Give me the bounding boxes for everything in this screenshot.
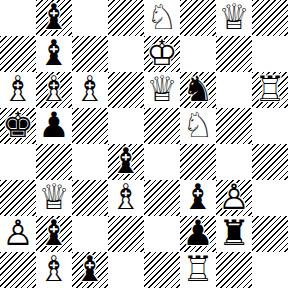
square-g2[interactable]: ♜ bbox=[216, 216, 252, 252]
square-d4[interactable]: ♝ bbox=[108, 144, 144, 180]
square-f5[interactable]: ♞♘ bbox=[180, 108, 216, 144]
white-bishop-piece: ♝♗ bbox=[0, 72, 36, 108]
square-h3[interactable] bbox=[252, 180, 288, 216]
white-knight-piece: ♞♘ bbox=[180, 108, 216, 144]
square-c4[interactable] bbox=[72, 144, 108, 180]
square-d1[interactable] bbox=[108, 252, 144, 288]
black-bishop-piece: ♝ bbox=[180, 180, 216, 216]
square-e5[interactable] bbox=[144, 108, 180, 144]
square-d8[interactable] bbox=[108, 0, 144, 36]
square-a6[interactable]: ♝♗ bbox=[0, 72, 36, 108]
white-bishop-piece: ♝♗ bbox=[36, 72, 72, 108]
square-c3[interactable] bbox=[72, 180, 108, 216]
black-king-piece: ♚ bbox=[0, 108, 36, 144]
white-knight-piece: ♞♘ bbox=[144, 0, 180, 36]
white-king-piece: ♚♔ bbox=[144, 36, 180, 72]
white-pawn-piece: ♟♙ bbox=[216, 180, 252, 216]
black-pawn-piece: ♟ bbox=[36, 108, 72, 144]
square-e8[interactable]: ♞♘ bbox=[144, 0, 180, 36]
square-b1[interactable]: ♝♗ bbox=[36, 252, 72, 288]
square-f3[interactable]: ♝ bbox=[180, 180, 216, 216]
square-e6[interactable]: ♛♕ bbox=[144, 72, 180, 108]
square-h7[interactable] bbox=[252, 36, 288, 72]
chess-board: ♝♞♘♛♕♝♚♔♝♗♝♗♝♗♛♕♞♜♖♚♟♞♘♝♛♕♝♗♝♟♙♟♙♝♟♜♝♗♝♜… bbox=[0, 0, 288, 288]
black-bishop-piece: ♝ bbox=[36, 0, 72, 36]
white-bishop-piece: ♝♗ bbox=[36, 252, 72, 288]
square-h2[interactable] bbox=[252, 216, 288, 252]
square-a2[interactable]: ♟♙ bbox=[0, 216, 36, 252]
square-h8[interactable] bbox=[252, 0, 288, 36]
square-g8[interactable]: ♛♕ bbox=[216, 0, 252, 36]
square-g1[interactable] bbox=[216, 252, 252, 288]
square-e3[interactable] bbox=[144, 180, 180, 216]
square-b7[interactable]: ♝ bbox=[36, 36, 72, 72]
square-g5[interactable] bbox=[216, 108, 252, 144]
square-a5[interactable]: ♚ bbox=[0, 108, 36, 144]
square-c2[interactable] bbox=[72, 216, 108, 252]
square-e2[interactable] bbox=[144, 216, 180, 252]
square-g7[interactable] bbox=[216, 36, 252, 72]
square-g6[interactable] bbox=[216, 72, 252, 108]
white-pawn-piece: ♟♙ bbox=[0, 216, 36, 252]
white-queen-piece: ♛♕ bbox=[36, 180, 72, 216]
square-c6[interactable]: ♝♗ bbox=[72, 72, 108, 108]
square-h4[interactable] bbox=[252, 144, 288, 180]
square-c5[interactable] bbox=[72, 108, 108, 144]
square-d2[interactable] bbox=[108, 216, 144, 252]
square-f6[interactable]: ♞ bbox=[180, 72, 216, 108]
white-bishop-piece: ♝♗ bbox=[72, 72, 108, 108]
black-pawn-piece: ♟ bbox=[180, 216, 216, 252]
square-a7[interactable] bbox=[0, 36, 36, 72]
square-b5[interactable]: ♟ bbox=[36, 108, 72, 144]
black-bishop-piece: ♝ bbox=[108, 144, 144, 180]
square-b3[interactable]: ♛♕ bbox=[36, 180, 72, 216]
square-a8[interactable] bbox=[0, 0, 36, 36]
square-e7[interactable]: ♚♔ bbox=[144, 36, 180, 72]
square-c1[interactable]: ♝ bbox=[72, 252, 108, 288]
square-b6[interactable]: ♝♗ bbox=[36, 72, 72, 108]
black-bishop-piece: ♝ bbox=[36, 216, 72, 252]
white-queen-piece: ♛♕ bbox=[216, 0, 252, 36]
square-c8[interactable] bbox=[72, 0, 108, 36]
square-h5[interactable] bbox=[252, 108, 288, 144]
square-d5[interactable] bbox=[108, 108, 144, 144]
square-b2[interactable]: ♝ bbox=[36, 216, 72, 252]
square-h1[interactable] bbox=[252, 252, 288, 288]
square-b4[interactable] bbox=[36, 144, 72, 180]
chess-diagram: ♝♞♘♛♕♝♚♔♝♗♝♗♝♗♛♕♞♜♖♚♟♞♘♝♛♕♝♗♝♟♙♟♙♝♟♜♝♗♝♜… bbox=[0, 0, 288, 288]
square-g4[interactable] bbox=[216, 144, 252, 180]
square-e1[interactable] bbox=[144, 252, 180, 288]
square-f7[interactable] bbox=[180, 36, 216, 72]
square-a4[interactable] bbox=[0, 144, 36, 180]
square-e4[interactable] bbox=[144, 144, 180, 180]
white-queen-piece: ♛♕ bbox=[144, 72, 180, 108]
square-d3[interactable]: ♝♗ bbox=[108, 180, 144, 216]
square-f2[interactable]: ♟ bbox=[180, 216, 216, 252]
black-rook-piece: ♜ bbox=[216, 216, 252, 252]
black-knight-piece: ♞ bbox=[180, 72, 216, 108]
square-h6[interactable]: ♜♖ bbox=[252, 72, 288, 108]
square-f8[interactable] bbox=[180, 0, 216, 36]
black-bishop-piece: ♝ bbox=[72, 252, 108, 288]
square-d6[interactable] bbox=[108, 72, 144, 108]
square-a1[interactable] bbox=[0, 252, 36, 288]
white-rook-piece: ♜♖ bbox=[252, 72, 288, 108]
white-rook-piece: ♜♖ bbox=[180, 252, 216, 288]
square-c7[interactable] bbox=[72, 36, 108, 72]
black-bishop-piece: ♝ bbox=[36, 36, 72, 72]
square-f4[interactable] bbox=[180, 144, 216, 180]
square-a3[interactable] bbox=[0, 180, 36, 216]
square-f1[interactable]: ♜♖ bbox=[180, 252, 216, 288]
square-d7[interactable] bbox=[108, 36, 144, 72]
square-g3[interactable]: ♟♙ bbox=[216, 180, 252, 216]
white-bishop-piece: ♝♗ bbox=[108, 180, 144, 216]
square-b8[interactable]: ♝ bbox=[36, 0, 72, 36]
